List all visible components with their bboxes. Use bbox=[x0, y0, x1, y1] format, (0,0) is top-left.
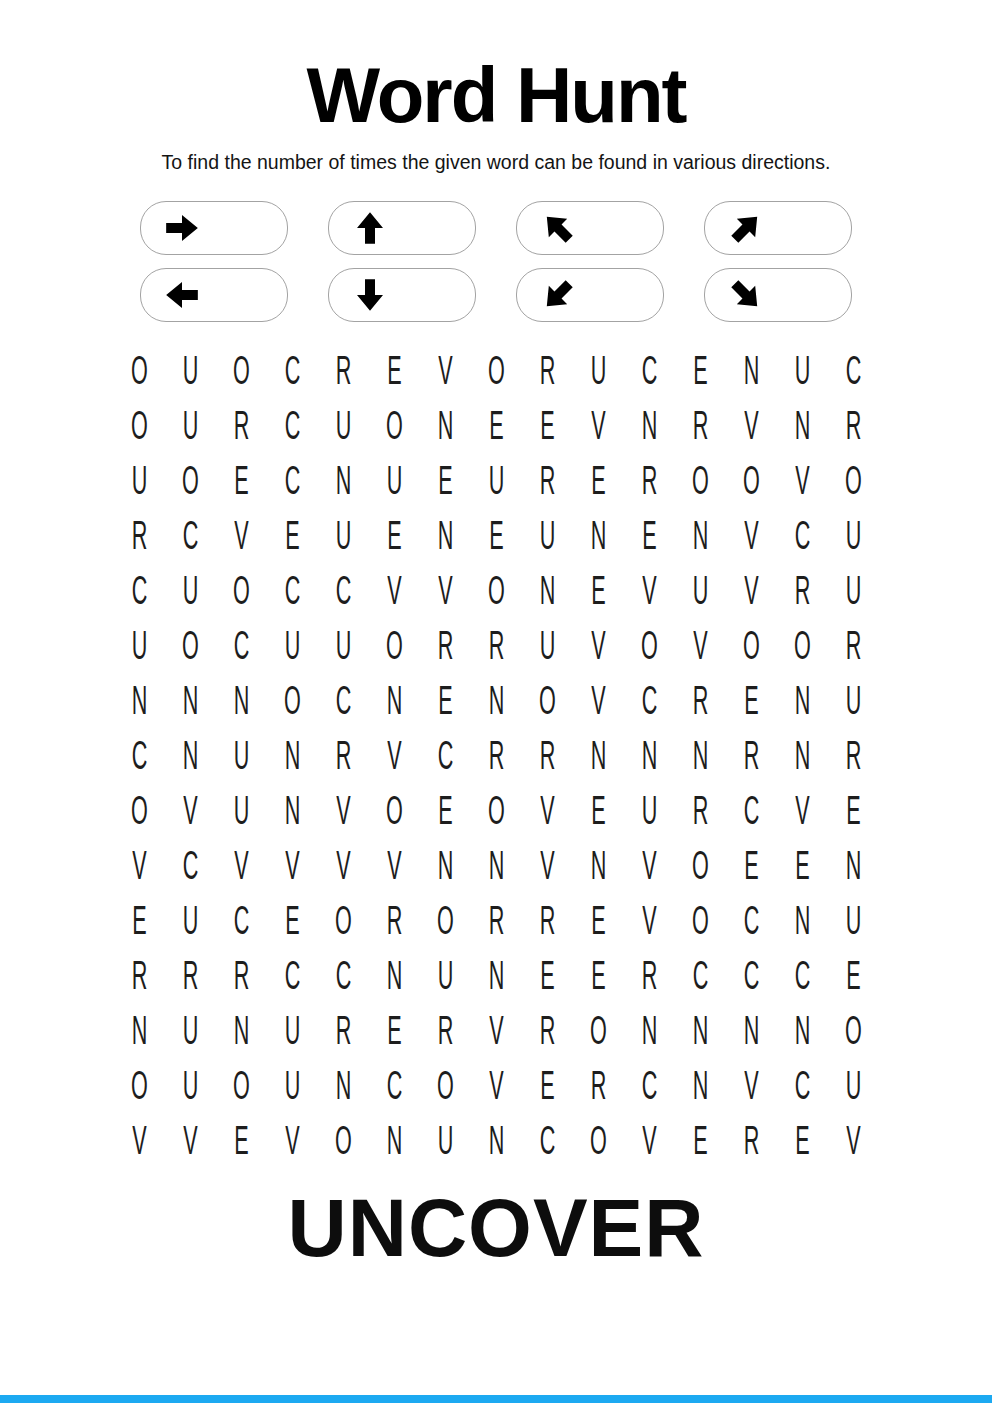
grid-cell-r4c13[interactable]: V bbox=[737, 507, 765, 562]
worksheet-page: Word Hunt To find the number of times th… bbox=[0, 50, 992, 1403]
grid-cell-r7c10[interactable]: V bbox=[584, 672, 612, 727]
arrow-up-left-icon bbox=[530, 200, 587, 257]
grid-cell-r6c11[interactable]: O bbox=[635, 617, 663, 672]
grid-cell-r1c7[interactable]: V bbox=[431, 342, 459, 397]
grid-cell-r6c13[interactable]: O bbox=[737, 617, 765, 672]
grid-cell-r13c11[interactable]: N bbox=[635, 1002, 663, 1057]
direction-button-up-left[interactable] bbox=[516, 201, 664, 255]
grid-cell-r1c6[interactable]: E bbox=[380, 342, 408, 397]
grid-cell-r8c6[interactable]: V bbox=[380, 727, 408, 782]
grid-cell-r4c8[interactable]: E bbox=[482, 507, 510, 562]
grid-cell-r2c10[interactable]: V bbox=[584, 397, 612, 452]
grid-cell-r1c14[interactable]: U bbox=[788, 342, 816, 397]
grid-cell-r6c9[interactable]: U bbox=[533, 617, 561, 672]
grid-cell-r5c9[interactable]: N bbox=[533, 562, 561, 617]
grid-cell-r7c4[interactable]: O bbox=[278, 672, 306, 727]
grid-cell-r3c6[interactable]: U bbox=[380, 452, 408, 507]
grid-cell-r10c4[interactable]: V bbox=[278, 837, 306, 892]
grid-cell-r7c2[interactable]: N bbox=[176, 672, 204, 727]
grid-cell-r4c5[interactable]: U bbox=[329, 507, 357, 562]
grid-cell-r1c15[interactable]: C bbox=[839, 342, 867, 397]
grid-cell-r4c15[interactable]: U bbox=[839, 507, 867, 562]
grid-cell-r6c8[interactable]: R bbox=[482, 617, 510, 672]
grid-cell-r12c4[interactable]: C bbox=[278, 947, 306, 1002]
grid-cell-r12c15[interactable]: E bbox=[839, 947, 867, 1002]
footer-bar: DownloadActivityBooks.com Word Games 138… bbox=[0, 1395, 992, 1403]
direction-button-down[interactable] bbox=[328, 268, 476, 322]
grid-cell-r9c2[interactable]: V bbox=[176, 782, 204, 837]
grid-cell-r11c2[interactable]: U bbox=[176, 892, 204, 947]
grid-cell-r11c13[interactable]: C bbox=[737, 892, 765, 947]
grid-cell-r6c2[interactable]: O bbox=[176, 617, 204, 672]
grid-cell-r13c10[interactable]: O bbox=[584, 1002, 612, 1057]
grid-cell-r3c12[interactable]: O bbox=[686, 452, 714, 507]
grid-cell-r15c4[interactable]: V bbox=[278, 1112, 306, 1167]
grid-cell-r6c10[interactable]: V bbox=[584, 617, 612, 672]
grid-cell-r8c15[interactable]: R bbox=[839, 727, 867, 782]
grid-cell-r7c15[interactable]: U bbox=[839, 672, 867, 727]
arrow-right-icon bbox=[162, 208, 202, 248]
grid-cell-r4c11[interactable]: E bbox=[635, 507, 663, 562]
grid-cell-r8c12[interactable]: N bbox=[686, 727, 714, 782]
grid-cell-r14c5[interactable]: N bbox=[329, 1057, 357, 1112]
grid-cell-r11c12[interactable]: O bbox=[686, 892, 714, 947]
grid-cell-r2c4[interactable]: C bbox=[278, 397, 306, 452]
grid-cell-r6c14[interactable]: O bbox=[788, 617, 816, 672]
grid-cell-r10c10[interactable]: N bbox=[584, 837, 612, 892]
arrow-down-icon bbox=[350, 275, 390, 315]
grid-cell-r6c3[interactable]: C bbox=[227, 617, 255, 672]
grid-cell-r14c8[interactable]: V bbox=[482, 1057, 510, 1112]
grid-cell-r14c11[interactable]: C bbox=[635, 1057, 663, 1112]
grid-cell-r2c2[interactable]: U bbox=[176, 397, 204, 452]
grid-cell-r11c15[interactable]: U bbox=[839, 892, 867, 947]
grid-cell-r1c8[interactable]: O bbox=[482, 342, 510, 397]
grid-cell-r8c4[interactable]: N bbox=[278, 727, 306, 782]
grid-cell-r8c7[interactable]: C bbox=[431, 727, 459, 782]
grid-cell-r10c7[interactable]: N bbox=[431, 837, 459, 892]
direction-button-right[interactable] bbox=[140, 201, 288, 255]
grid-cell-r14c14[interactable]: C bbox=[788, 1057, 816, 1112]
grid-cell-r7c7[interactable]: E bbox=[431, 672, 459, 727]
arrow-up-right-icon bbox=[718, 200, 775, 257]
grid-cell-r2c8[interactable]: E bbox=[482, 397, 510, 452]
grid-cell-r12c2[interactable]: R bbox=[176, 947, 204, 1002]
grid-cell-r4c7[interactable]: N bbox=[431, 507, 459, 562]
grid-cell-r15c14[interactable]: E bbox=[788, 1112, 816, 1167]
grid-cell-r8c14[interactable]: N bbox=[788, 727, 816, 782]
word-search-grid: OUOCREVORUCENUCOURCUONEEVNRVNRUOECNUEURE… bbox=[114, 342, 879, 1167]
direction-button-down-left[interactable] bbox=[516, 268, 664, 322]
grid-cell-r9c8[interactable]: O bbox=[482, 782, 510, 837]
grid-cell-r14c7[interactable]: O bbox=[431, 1057, 459, 1112]
grid-cell-r9c7[interactable]: E bbox=[431, 782, 459, 837]
grid-cell-r2c14[interactable]: N bbox=[788, 397, 816, 452]
grid-cell-r9c5[interactable]: V bbox=[329, 782, 357, 837]
grid-cell-r13c7[interactable]: R bbox=[431, 1002, 459, 1057]
grid-cell-r12c3[interactable]: R bbox=[227, 947, 255, 1002]
grid-cell-r13c15[interactable]: O bbox=[839, 1002, 867, 1057]
grid-cell-r13c12[interactable]: N bbox=[686, 1002, 714, 1057]
grid-cell-r3c2[interactable]: O bbox=[176, 452, 204, 507]
grid-cell-r5c10[interactable]: E bbox=[584, 562, 612, 617]
grid-cell-r15c15[interactable]: V bbox=[839, 1112, 867, 1167]
grid-cell-r10c11[interactable]: V bbox=[635, 837, 663, 892]
grid-cell-r11c11[interactable]: V bbox=[635, 892, 663, 947]
grid-cell-r14c13[interactable]: V bbox=[737, 1057, 765, 1112]
grid-cell-r15c9[interactable]: C bbox=[533, 1112, 561, 1167]
grid-cell-r10c6[interactable]: V bbox=[380, 837, 408, 892]
grid-cell-r13c4[interactable]: U bbox=[278, 1002, 306, 1057]
grid-cell-r2c13[interactable]: V bbox=[737, 397, 765, 452]
grid-cell-r8c10[interactable]: N bbox=[584, 727, 612, 782]
grid-cell-r5c7[interactable]: V bbox=[431, 562, 459, 617]
grid-cell-r7c5[interactable]: C bbox=[329, 672, 357, 727]
grid-cell-r5c12[interactable]: U bbox=[686, 562, 714, 617]
grid-cell-r15c10[interactable]: O bbox=[584, 1112, 612, 1167]
grid-cell-r9c11[interactable]: U bbox=[635, 782, 663, 837]
grid-cell-r2c9[interactable]: E bbox=[533, 397, 561, 452]
grid-cell-r1c1[interactable]: O bbox=[125, 342, 153, 397]
grid-cell-r13c8[interactable]: V bbox=[482, 1002, 510, 1057]
grid-cell-r12c11[interactable]: R bbox=[635, 947, 663, 1002]
grid-cell-r11c14[interactable]: N bbox=[788, 892, 816, 947]
grid-cell-r5c1[interactable]: C bbox=[125, 562, 153, 617]
direction-button-left[interactable] bbox=[140, 268, 288, 322]
arrow-left-icon bbox=[162, 275, 202, 315]
grid-cell-r15c6[interactable]: N bbox=[380, 1112, 408, 1167]
grid-cell-r9c6[interactable]: O bbox=[380, 782, 408, 837]
grid-cell-r6c5[interactable]: U bbox=[329, 617, 357, 672]
grid-cell-r1c12[interactable]: E bbox=[686, 342, 714, 397]
grid-cell-r6c15[interactable]: R bbox=[839, 617, 867, 672]
grid-cell-r7c6[interactable]: N bbox=[380, 672, 408, 727]
grid-cell-r15c3[interactable]: E bbox=[227, 1112, 255, 1167]
grid-cell-r7c14[interactable]: N bbox=[788, 672, 816, 727]
grid-cell-r7c11[interactable]: C bbox=[635, 672, 663, 727]
grid-cell-r14c12[interactable]: N bbox=[686, 1057, 714, 1112]
grid-cell-r10c9[interactable]: V bbox=[533, 837, 561, 892]
grid-cell-r15c8[interactable]: N bbox=[482, 1112, 510, 1167]
direction-buttons bbox=[140, 201, 852, 322]
grid-cell-r5c5[interactable]: C bbox=[329, 562, 357, 617]
grid-cell-r14c4[interactable]: U bbox=[278, 1057, 306, 1112]
grid-cell-r8c9[interactable]: R bbox=[533, 727, 561, 782]
arrow-down-left-icon bbox=[530, 267, 587, 324]
grid-cell-r15c12[interactable]: E bbox=[686, 1112, 714, 1167]
grid-cell-r12c9[interactable]: E bbox=[533, 947, 561, 1002]
grid-cell-r15c13[interactable]: R bbox=[737, 1112, 765, 1167]
grid-cell-r1c11[interactable]: C bbox=[635, 342, 663, 397]
grid-cell-r12c8[interactable]: N bbox=[482, 947, 510, 1002]
grid-cell-r11c9[interactable]: R bbox=[533, 892, 561, 947]
grid-cell-r5c14[interactable]: R bbox=[788, 562, 816, 617]
grid-cell-r9c15[interactable]: E bbox=[839, 782, 867, 837]
grid-cell-r10c14[interactable]: E bbox=[788, 837, 816, 892]
grid-cell-r10c15[interactable]: N bbox=[839, 837, 867, 892]
grid-cell-r13c9[interactable]: R bbox=[533, 1002, 561, 1057]
grid-cell-r2c5[interactable]: U bbox=[329, 397, 357, 452]
grid-cell-r4c4[interactable]: E bbox=[278, 507, 306, 562]
grid-cell-r2c7[interactable]: N bbox=[431, 397, 459, 452]
grid-cell-r13c5[interactable]: R bbox=[329, 1002, 357, 1057]
grid-cell-r6c1[interactable]: U bbox=[125, 617, 153, 672]
grid-cell-r9c4[interactable]: N bbox=[278, 782, 306, 837]
grid-cell-r4c6[interactable]: E bbox=[380, 507, 408, 562]
grid-cell-r8c1[interactable]: C bbox=[125, 727, 153, 782]
grid-cell-r3c7[interactable]: E bbox=[431, 452, 459, 507]
grid-cell-r9c14[interactable]: V bbox=[788, 782, 816, 837]
grid-cell-r2c3[interactable]: R bbox=[227, 397, 255, 452]
grid-cell-r9c12[interactable]: R bbox=[686, 782, 714, 837]
arrow-up-icon bbox=[350, 208, 390, 248]
grid-cell-r14c15[interactable]: U bbox=[839, 1057, 867, 1112]
grid-cell-r7c3[interactable]: N bbox=[227, 672, 255, 727]
grid-cell-r7c13[interactable]: E bbox=[737, 672, 765, 727]
grid-cell-r13c2[interactable]: U bbox=[176, 1002, 204, 1057]
grid-cell-r12c12[interactable]: C bbox=[686, 947, 714, 1002]
grid-cell-r9c9[interactable]: V bbox=[533, 782, 561, 837]
grid-cell-r13c6[interactable]: E bbox=[380, 1002, 408, 1057]
grid-cell-r7c12[interactable]: R bbox=[686, 672, 714, 727]
grid-cell-r15c1[interactable]: V bbox=[125, 1112, 153, 1167]
grid-cell-r10c8[interactable]: N bbox=[482, 837, 510, 892]
grid-cell-r7c1[interactable]: N bbox=[125, 672, 153, 727]
grid-cell-r11c7[interactable]: O bbox=[431, 892, 459, 947]
page-title: Word Hunt bbox=[0, 50, 992, 141]
grid-cell-r15c5[interactable]: O bbox=[329, 1112, 357, 1167]
grid-cell-r9c13[interactable]: C bbox=[737, 782, 765, 837]
grid-cell-r13c1[interactable]: N bbox=[125, 1002, 153, 1057]
grid-cell-r2c6[interactable]: O bbox=[380, 397, 408, 452]
grid-cell-r8c3[interactable]: U bbox=[227, 727, 255, 782]
grid-cell-r3c14[interactable]: V bbox=[788, 452, 816, 507]
grid-cell-r1c2[interactable]: U bbox=[176, 342, 204, 397]
grid-cell-r2c12[interactable]: R bbox=[686, 397, 714, 452]
grid-cell-r14c10[interactable]: R bbox=[584, 1057, 612, 1112]
grid-cell-r3c15[interactable]: O bbox=[839, 452, 867, 507]
grid-cell-r4c9[interactable]: U bbox=[533, 507, 561, 562]
grid-cell-r11c4[interactable]: E bbox=[278, 892, 306, 947]
grid-cell-r5c6[interactable]: V bbox=[380, 562, 408, 617]
grid-cell-r12c14[interactable]: C bbox=[788, 947, 816, 1002]
grid-cell-r2c15[interactable]: R bbox=[839, 397, 867, 452]
grid-cell-r3c8[interactable]: U bbox=[482, 452, 510, 507]
grid-cell-r13c13[interactable]: N bbox=[737, 1002, 765, 1057]
grid-cell-r3c11[interactable]: R bbox=[635, 452, 663, 507]
grid-cell-r15c11[interactable]: V bbox=[635, 1112, 663, 1167]
direction-button-up[interactable] bbox=[328, 201, 476, 255]
grid-cell-r15c7[interactable]: U bbox=[431, 1112, 459, 1167]
grid-cell-r4c3[interactable]: V bbox=[227, 507, 255, 562]
grid-cell-r1c4[interactable]: C bbox=[278, 342, 306, 397]
grid-cell-r3c1[interactable]: U bbox=[125, 452, 153, 507]
grid-cell-r10c3[interactable]: V bbox=[227, 837, 255, 892]
grid-cell-r9c3[interactable]: U bbox=[227, 782, 255, 837]
grid-cell-r1c10[interactable]: U bbox=[584, 342, 612, 397]
grid-cell-r9c1[interactable]: O bbox=[125, 782, 153, 837]
grid-cell-r5c2[interactable]: U bbox=[176, 562, 204, 617]
grid-cell-r6c7[interactable]: R bbox=[431, 617, 459, 672]
grid-cell-r8c5[interactable]: R bbox=[329, 727, 357, 782]
grid-cell-r11c3[interactable]: C bbox=[227, 892, 255, 947]
grid-cell-r5c3[interactable]: O bbox=[227, 562, 255, 617]
instructions-text: To find the number of times the given wo… bbox=[0, 151, 992, 174]
grid-cell-r5c11[interactable]: V bbox=[635, 562, 663, 617]
grid-cell-r3c5[interactable]: N bbox=[329, 452, 357, 507]
grid-cell-r10c1[interactable]: V bbox=[125, 837, 153, 892]
grid-cell-r5c15[interactable]: U bbox=[839, 562, 867, 617]
grid-cell-r15c2[interactable]: V bbox=[176, 1112, 204, 1167]
grid-cell-r1c13[interactable]: N bbox=[737, 342, 765, 397]
grid-cell-r1c5[interactable]: R bbox=[329, 342, 357, 397]
grid-cell-r11c1[interactable]: E bbox=[125, 892, 153, 947]
grid-cell-r12c10[interactable]: E bbox=[584, 947, 612, 1002]
grid-cell-r8c11[interactable]: N bbox=[635, 727, 663, 782]
grid-cell-r6c4[interactable]: U bbox=[278, 617, 306, 672]
grid-cell-r5c4[interactable]: C bbox=[278, 562, 306, 617]
grid-cell-r14c9[interactable]: E bbox=[533, 1057, 561, 1112]
grid-cell-r12c1[interactable]: R bbox=[125, 947, 153, 1002]
grid-cell-r3c4[interactable]: C bbox=[278, 452, 306, 507]
grid-cell-r14c1[interactable]: O bbox=[125, 1057, 153, 1112]
grid-cell-r3c10[interactable]: E bbox=[584, 452, 612, 507]
grid-cell-r4c2[interactable]: C bbox=[176, 507, 204, 562]
grid-cell-r11c10[interactable]: E bbox=[584, 892, 612, 947]
grid-cell-r11c6[interactable]: R bbox=[380, 892, 408, 947]
grid-cell-r8c13[interactable]: R bbox=[737, 727, 765, 782]
arrow-down-right-icon bbox=[718, 267, 775, 324]
grid-cell-r8c2[interactable]: N bbox=[176, 727, 204, 782]
grid-cell-r6c6[interactable]: O bbox=[380, 617, 408, 672]
grid-cell-r14c6[interactable]: C bbox=[380, 1057, 408, 1112]
grid-cell-r9c10[interactable]: E bbox=[584, 782, 612, 837]
grid-cell-r10c5[interactable]: V bbox=[329, 837, 357, 892]
grid-cell-r4c12[interactable]: N bbox=[686, 507, 714, 562]
grid-cell-r1c3[interactable]: O bbox=[227, 342, 255, 397]
grid-cell-r13c3[interactable]: N bbox=[227, 1002, 255, 1057]
grid-cell-r3c3[interactable]: E bbox=[227, 452, 255, 507]
grid-cell-r12c13[interactable]: C bbox=[737, 947, 765, 1002]
grid-cell-r4c1[interactable]: R bbox=[125, 507, 153, 562]
grid-cell-r14c3[interactable]: O bbox=[227, 1057, 255, 1112]
grid-cell-r5c8[interactable]: O bbox=[482, 562, 510, 617]
grid-cell-r5c13[interactable]: V bbox=[737, 562, 765, 617]
grid-cell-r4c14[interactable]: C bbox=[788, 507, 816, 562]
grid-cell-r2c1[interactable]: O bbox=[125, 397, 153, 452]
grid-cell-r4c10[interactable]: N bbox=[584, 507, 612, 562]
grid-cell-r7c9[interactable]: O bbox=[533, 672, 561, 727]
grid-cell-r8c8[interactable]: R bbox=[482, 727, 510, 782]
grid-cell-r13c14[interactable]: N bbox=[788, 1002, 816, 1057]
grid-cell-r14c2[interactable]: U bbox=[176, 1057, 204, 1112]
grid-cell-r6c12[interactable]: V bbox=[686, 617, 714, 672]
grid-cell-r3c9[interactable]: R bbox=[533, 452, 561, 507]
grid-cell-r10c12[interactable]: O bbox=[686, 837, 714, 892]
grid-cell-r2c11[interactable]: N bbox=[635, 397, 663, 452]
grid-cell-r12c5[interactable]: C bbox=[329, 947, 357, 1002]
grid-cell-r7c8[interactable]: N bbox=[482, 672, 510, 727]
grid-cell-r10c13[interactable]: E bbox=[737, 837, 765, 892]
grid-cell-r11c8[interactable]: R bbox=[482, 892, 510, 947]
grid-cell-r3c13[interactable]: O bbox=[737, 452, 765, 507]
grid-cell-r12c7[interactable]: U bbox=[431, 947, 459, 1002]
target-word: UNCOVER bbox=[0, 1181, 992, 1275]
grid-cell-r12c6[interactable]: N bbox=[380, 947, 408, 1002]
grid-cell-r10c2[interactable]: C bbox=[176, 837, 204, 892]
direction-button-down-right[interactable] bbox=[704, 268, 852, 322]
grid-cell-r1c9[interactable]: R bbox=[533, 342, 561, 397]
grid-cell-r11c5[interactable]: O bbox=[329, 892, 357, 947]
direction-button-up-right[interactable] bbox=[704, 201, 852, 255]
